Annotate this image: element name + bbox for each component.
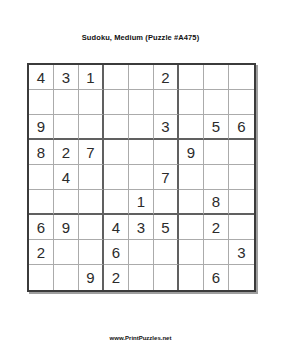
puzzle-page: Sudoku, Medium (Puzzle #A475) 4312935682…	[0, 0, 281, 363]
cell-r9c2[interactable]	[54, 265, 79, 290]
cell-r5c5[interactable]	[129, 165, 154, 190]
cell-r9c3: 9	[79, 265, 104, 290]
given-digit: 7	[86, 145, 94, 160]
given-digit: 3	[237, 245, 245, 260]
cell-r5c2: 4	[54, 165, 79, 190]
cell-r6c3[interactable]	[79, 190, 104, 215]
cell-r7c3[interactable]	[79, 215, 104, 240]
given-digit: 9	[37, 119, 45, 134]
cell-r7c7[interactable]	[179, 215, 204, 240]
given-digit: 3	[137, 220, 145, 235]
cell-r2c2[interactable]	[54, 90, 79, 115]
cell-r3c1: 9	[29, 115, 54, 140]
cell-r8c7[interactable]	[179, 240, 204, 265]
cell-r3c7[interactable]	[179, 115, 204, 140]
cell-r3c6: 3	[154, 115, 179, 140]
given-digit: 4	[62, 170, 70, 185]
given-digit: 6	[37, 220, 45, 235]
cell-r8c4: 6	[104, 240, 129, 265]
cell-r3c3[interactable]	[79, 115, 104, 140]
cell-r7c5: 3	[129, 215, 154, 240]
cell-r7c4: 4	[104, 215, 129, 240]
cell-r8c3[interactable]	[79, 240, 104, 265]
cell-r4c9[interactable]	[229, 140, 254, 165]
given-digit: 6	[112, 245, 120, 260]
cell-r7c9[interactable]	[229, 215, 254, 240]
cell-r9c8: 6	[204, 265, 229, 290]
cell-r4c8[interactable]	[204, 140, 229, 165]
cell-r6c6[interactable]	[154, 190, 179, 215]
cell-r6c7[interactable]	[179, 190, 204, 215]
given-digit: 7	[161, 170, 169, 185]
given-digit: 3	[62, 70, 70, 85]
cell-r1c2: 3	[54, 65, 79, 90]
cell-r2c3[interactable]	[79, 90, 104, 115]
given-digit: 1	[137, 194, 145, 209]
given-digit: 6	[212, 270, 220, 285]
cell-r1c5[interactable]	[129, 65, 154, 90]
cell-r3c5[interactable]	[129, 115, 154, 140]
sudoku-board: 4312935682794718694352263926	[27, 63, 256, 292]
given-digit: 9	[62, 220, 70, 235]
cell-r6c9[interactable]	[229, 190, 254, 215]
cell-r3c2[interactable]	[54, 115, 79, 140]
cell-r4c6[interactable]	[154, 140, 179, 165]
given-digit: 9	[187, 145, 195, 160]
cell-r6c5: 1	[129, 190, 154, 215]
cell-r2c5[interactable]	[129, 90, 154, 115]
cell-r1c6: 2	[154, 65, 179, 90]
cell-r3c4[interactable]	[104, 115, 129, 140]
given-digit: 2	[112, 270, 120, 285]
cell-r1c9[interactable]	[229, 65, 254, 90]
cell-r4c2: 2	[54, 140, 79, 165]
cell-r5c1[interactable]	[29, 165, 54, 190]
cell-r9c9	[229, 265, 254, 290]
cell-r5c4[interactable]	[104, 165, 129, 190]
cell-r1c8[interactable]	[204, 65, 229, 90]
given-digit: 2	[62, 145, 70, 160]
given-digit: 1	[86, 70, 94, 85]
cell-r2c4[interactable]	[104, 90, 129, 115]
given-digit: 2	[37, 245, 45, 260]
cell-r5c3[interactable]	[79, 165, 104, 190]
cell-r8c6[interactable]	[154, 240, 179, 265]
cell-r4c5[interactable]	[129, 140, 154, 165]
given-digit: 5	[212, 119, 220, 134]
cell-r9c7[interactable]	[179, 265, 204, 290]
cell-r8c5[interactable]	[129, 240, 154, 265]
puzzle-title: Sudoku, Medium (Puzzle #A475)	[0, 33, 281, 42]
cell-r5c8[interactable]	[204, 165, 229, 190]
cell-r9c6[interactable]	[154, 265, 179, 290]
cell-r7c6: 5	[154, 215, 179, 240]
given-digit: 5	[161, 220, 169, 235]
cell-r2c1[interactable]	[29, 90, 54, 115]
cell-r9c4: 2	[104, 265, 129, 290]
cell-r7c8: 2	[204, 215, 229, 240]
cell-r2c9[interactable]	[229, 90, 254, 115]
cell-r4c7: 9	[179, 140, 204, 165]
given-digit: 4	[112, 220, 120, 235]
cell-r8c1: 2	[29, 240, 54, 265]
given-digit: 2	[161, 70, 169, 85]
cell-r6c4[interactable]	[104, 190, 129, 215]
cell-r6c8: 8	[204, 190, 229, 215]
cell-r2c8[interactable]	[204, 90, 229, 115]
cell-r8c9: 3	[229, 240, 254, 265]
given-digit: 3	[161, 119, 169, 134]
given-digit: 4	[37, 70, 45, 85]
cell-r2c6[interactable]	[154, 90, 179, 115]
given-digit: 6	[237, 119, 245, 134]
cell-r7c2: 9	[54, 215, 79, 240]
cell-r7c1: 6	[29, 215, 54, 240]
cell-r4c4[interactable]	[104, 140, 129, 165]
cell-r6c1[interactable]	[29, 190, 54, 215]
footer-url: www.PrintPuzzles.net	[0, 335, 281, 341]
cell-r2c7[interactable]	[179, 90, 204, 115]
cell-r3c8: 5	[204, 115, 229, 140]
cell-r1c7[interactable]	[179, 65, 204, 90]
cell-r5c6: 7	[154, 165, 179, 190]
given-digit: 9	[86, 270, 94, 285]
cell-r3c9: 6	[229, 115, 254, 140]
cell-r6c2[interactable]	[54, 190, 79, 215]
given-digit: 2	[212, 220, 220, 235]
cell-r4c1: 8	[29, 140, 54, 165]
cell-r1c3: 1	[79, 65, 104, 90]
given-digit: 8	[37, 145, 45, 160]
cell-r1c4[interactable]	[104, 65, 129, 90]
cell-r4c3: 7	[79, 140, 104, 165]
cell-r5c9[interactable]	[229, 165, 254, 190]
cell-r5c7[interactable]	[179, 165, 204, 190]
cell-r9c1[interactable]	[29, 265, 54, 290]
cell-r8c8[interactable]	[204, 240, 229, 265]
cell-r9c5[interactable]	[129, 265, 154, 290]
cell-r1c1: 4	[29, 65, 54, 90]
cell-r8c2[interactable]	[54, 240, 79, 265]
given-digit: 8	[212, 194, 220, 209]
